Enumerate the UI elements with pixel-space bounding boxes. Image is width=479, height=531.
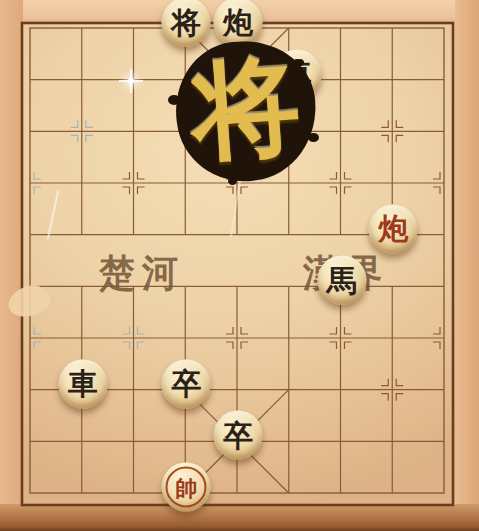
river-label-chu-he: 楚河	[99, 248, 185, 299]
piece-black-horse[interactable]: 馬	[317, 256, 366, 305]
black-chariot-top-glyph: 車	[282, 59, 312, 89]
board-frame-bottom	[0, 504, 479, 531]
piece-black-soldier-a[interactable]: 卒	[162, 359, 211, 408]
xiangqi-game-screen: 楚河 漢界 将炮車炮馬車卒卒帥 将	[0, 0, 479, 531]
black-horse-glyph: 馬	[327, 265, 357, 295]
black-chariot-bottom-glyph: 車	[68, 369, 98, 399]
board-frame-right	[455, 0, 479, 531]
piece-red-general[interactable]: 帥	[162, 463, 211, 512]
black-soldier-a-glyph: 卒	[171, 369, 201, 399]
sparkle-highlight	[128, 78, 134, 84]
black-general-glyph: 将	[171, 7, 201, 37]
piece-black-chariot-top[interactable]: 車	[272, 49, 321, 98]
red-general-glyph: 帥	[175, 476, 197, 498]
piece-black-chariot-bottom[interactable]: 車	[58, 359, 107, 408]
red-cannon-glyph: 炮	[378, 214, 408, 244]
black-soldier-b-glyph: 卒	[223, 420, 253, 450]
board-frame-left	[0, 0, 23, 531]
general-ring: 帥	[166, 467, 207, 508]
black-cannon-glyph: 炮	[223, 7, 253, 37]
piece-red-cannon[interactable]: 炮	[369, 204, 418, 253]
piece-black-soldier-b[interactable]: 卒	[214, 411, 263, 460]
